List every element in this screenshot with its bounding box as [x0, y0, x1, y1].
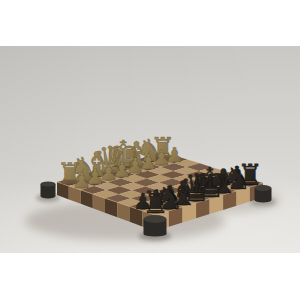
- piece-black-rook-a8: ♜: [142, 185, 169, 220]
- chessboard-scene: ♜♞♟♝♟♚♟♛♟♝♟♞♟♟♜♟♟♜♟♟♞♟♝♟♚♟♛♟♝♟♞♜: [0, 0, 300, 300]
- piece-white-pawn-a2: ♟: [72, 168, 91, 193]
- photo-canvas: ♜♞♟♝♟♚♟♛♟♝♟♞♟♟♜♟♟♜♟♟♞♟♝♟♚♟♛♟♝♟♞♜: [0, 0, 300, 300]
- board-foot-left-top: [41, 181, 56, 186]
